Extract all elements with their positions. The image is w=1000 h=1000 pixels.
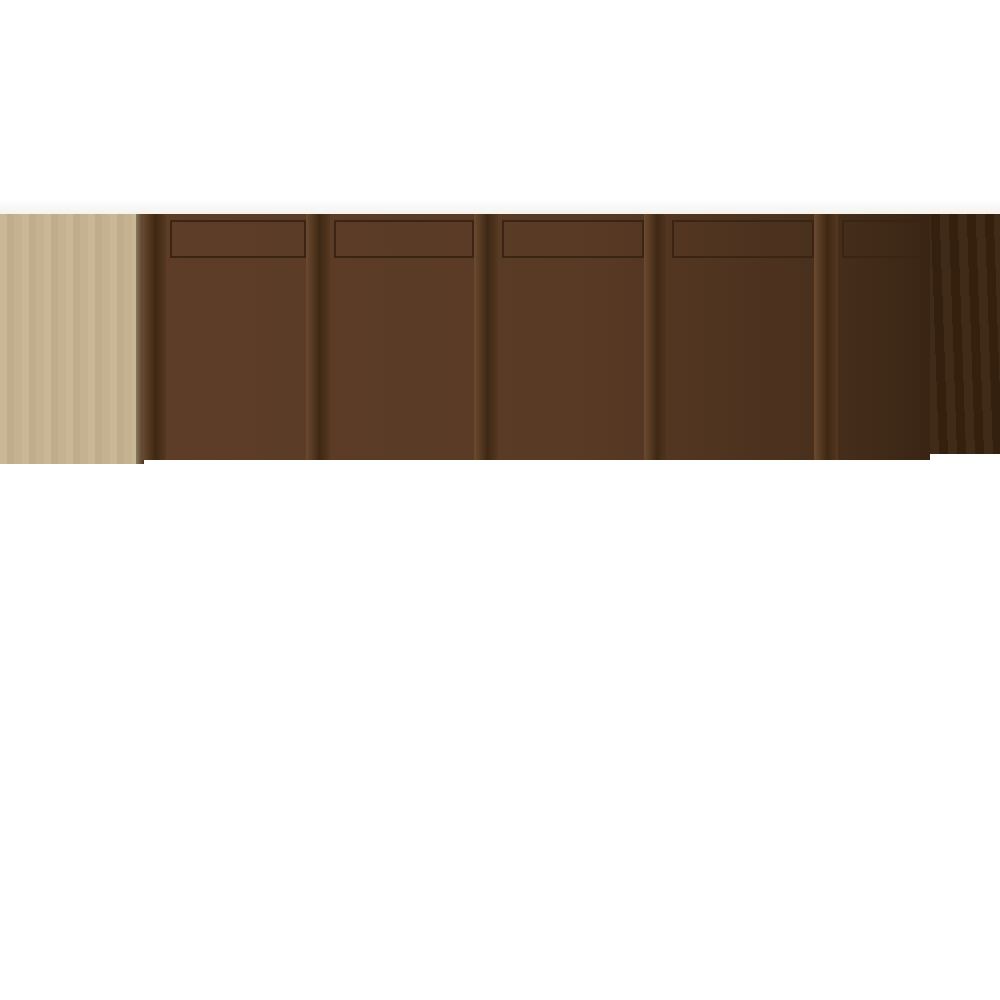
cabinet-drawer-2 — [502, 220, 644, 258]
cabinet-drawer-1 — [334, 220, 474, 258]
cabinet-stile-4 — [814, 214, 838, 460]
cabinet-stile-3 — [644, 214, 668, 460]
wall — [0, 214, 142, 464]
cabinet-drawer-0 — [170, 220, 306, 258]
cabinet-stile-1 — [306, 214, 330, 460]
photo-white-border — [0, 0, 1000, 216]
cabinet-stile-0 — [142, 214, 166, 460]
cabinet-stile-2 — [474, 214, 498, 460]
cabinet-side-panel — [930, 214, 1000, 454]
cabinet-drawer-4 — [842, 220, 930, 258]
cabinet-drawer-3 — [672, 220, 814, 258]
